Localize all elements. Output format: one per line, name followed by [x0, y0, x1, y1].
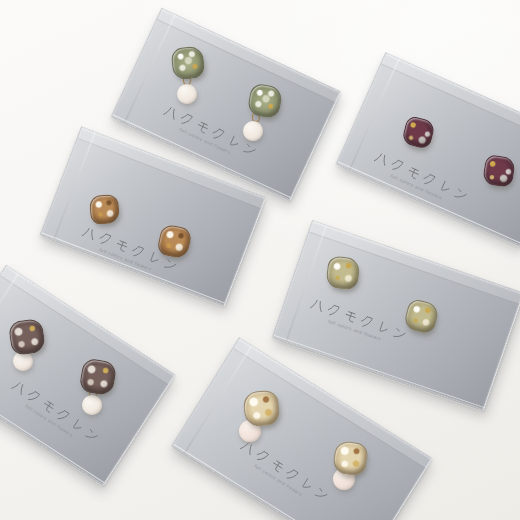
kana-glyph [81, 224, 98, 241]
earring-drop-bead [243, 121, 263, 141]
brand-name-kana [373, 150, 470, 203]
kana-glyph [342, 308, 359, 325]
earring-card-2: full colors and flowers [336, 52, 520, 246]
kana-glyph [359, 313, 376, 330]
kana-glyph [254, 447, 272, 465]
kana-glyph [326, 302, 343, 319]
kana-glyph [313, 484, 331, 502]
kana-glyph [437, 178, 454, 195]
kana-glyph [178, 110, 195, 127]
kana-glyph [83, 426, 101, 444]
kana-glyph [392, 325, 409, 342]
kana-glyph [269, 456, 287, 474]
kana-glyph [130, 243, 147, 260]
kana-glyph [97, 230, 114, 247]
kana-glyph [421, 171, 438, 188]
earring-stud-stone [243, 390, 281, 428]
kana-glyph [162, 256, 179, 273]
photo-scene: full colors and flowers full colors and … [0, 0, 520, 520]
kana-glyph [373, 150, 390, 167]
brand-name-kana [309, 296, 408, 341]
brand-name-kana [239, 438, 331, 502]
earring-stud-stone [325, 255, 360, 290]
kana-glyph [242, 140, 259, 157]
kana-glyph [309, 296, 326, 313]
kana-glyph [113, 237, 130, 254]
card-label: full colors and flowers [33, 207, 224, 297]
kana-glyph [375, 319, 392, 336]
card-crease [285, 225, 327, 341]
kana-glyph [405, 164, 422, 181]
earring-drop-bead [82, 395, 102, 415]
kana-glyph [226, 132, 243, 149]
kana-glyph [283, 465, 301, 483]
kana-glyph [210, 125, 227, 142]
kana-glyph [10, 378, 28, 396]
kana-glyph [298, 475, 316, 493]
kana-glyph [194, 118, 211, 135]
card-top-fold [381, 54, 520, 146]
kana-glyph [162, 103, 179, 120]
kana-glyph [453, 185, 470, 202]
earring-drop-bead [177, 84, 197, 104]
kana-glyph [389, 157, 406, 174]
